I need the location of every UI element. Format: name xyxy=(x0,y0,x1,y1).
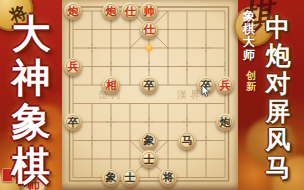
piece-char: 兵 xyxy=(68,61,79,72)
piece-char: 卒 xyxy=(144,80,155,91)
mouse-cursor xyxy=(201,84,211,98)
piece-char: 帅 xyxy=(144,6,155,17)
piece-char: 炮 xyxy=(68,6,79,17)
right-title: 中炮对屏风马 xyxy=(262,13,294,181)
piece-char: 相 xyxy=(106,80,117,91)
piece-char: 象 xyxy=(144,135,155,146)
left-title-char-2: 象 xyxy=(12,100,51,144)
left-title-char-0: 大 xyxy=(12,12,51,56)
right-title-char-0: 中 xyxy=(266,13,291,41)
right-badge-char-0: 创 xyxy=(246,70,256,81)
piece-char: 士 xyxy=(144,154,155,165)
piece-char: 马 xyxy=(182,135,193,146)
xiangqi-piece-red-兵-5[interactable]: 兵 xyxy=(64,58,82,76)
move-indicator-dot xyxy=(146,45,152,51)
piece-char: 仕 xyxy=(144,24,155,35)
left-banner: 将 帅 大神象棋 xyxy=(0,0,62,190)
table-edge-shadow xyxy=(62,182,238,190)
right-subtitle-char-3: 师 xyxy=(243,49,255,62)
xiangqi-piece-red-仕-2[interactable]: 仕 xyxy=(121,2,139,20)
piece-char: 仕 xyxy=(125,6,136,17)
piece-char: 炮 xyxy=(106,6,117,17)
xiangqi-piece-black-象-12[interactable]: 象 xyxy=(140,132,158,150)
right-subtitle: 象棋大师 xyxy=(241,10,257,62)
xiangqi-board[interactable]: 楚河漢界 炮炮仕帅仕兵相兵卒卒卒炮象马士象士将 xyxy=(62,0,238,190)
piece-char: 卒 xyxy=(68,117,79,128)
left-title-char-1: 神 xyxy=(12,56,51,100)
xiangqi-piece-black-卒-8[interactable]: 卒 xyxy=(140,76,158,94)
piece-char: 兵 xyxy=(220,80,231,91)
xiangqi-piece-red-炮-0[interactable]: 炮 xyxy=(64,2,82,20)
right-title-char-2: 对 xyxy=(266,69,291,97)
left-title: 大神象棋 xyxy=(0,12,62,188)
xiangqi-piece-black-马-13[interactable]: 马 xyxy=(178,132,196,150)
xiangqi-piece-red-炮-1[interactable]: 炮 xyxy=(102,2,120,20)
xiangqi-piece-black-炮-11[interactable]: 炮 xyxy=(216,113,234,131)
xiangqi-piece-red-兵-7[interactable]: 兵 xyxy=(216,76,234,94)
xiangqi-piece-black-士-14[interactable]: 士 xyxy=(140,150,158,168)
xiangqi-piece-red-帅-3[interactable]: 帅 xyxy=(140,2,158,20)
right-title-char-4: 风 xyxy=(266,125,291,153)
right-title-char-3: 屏 xyxy=(266,97,291,125)
xiangqi-piece-black-卒-10[interactable]: 卒 xyxy=(64,113,82,131)
video-frame: 将 帅 大神象棋 楚河漢界 炮炮仕帅仕兵相兵卒卒卒炮象马士象士将 棋 象棋大师 … xyxy=(0,0,304,190)
right-title-char-5: 马 xyxy=(266,153,291,181)
piece-char: 炮 xyxy=(220,117,231,128)
right-badge-char-1: 新 xyxy=(246,81,256,92)
right-title-char-1: 炮 xyxy=(266,41,291,69)
left-title-char-3: 棋 xyxy=(12,144,51,188)
xiangqi-piece-red-仕-4[interactable]: 仕 xyxy=(140,21,158,39)
xiangqi-piece-red-相-6[interactable]: 相 xyxy=(102,76,120,94)
right-badge: 创新 xyxy=(244,70,258,92)
